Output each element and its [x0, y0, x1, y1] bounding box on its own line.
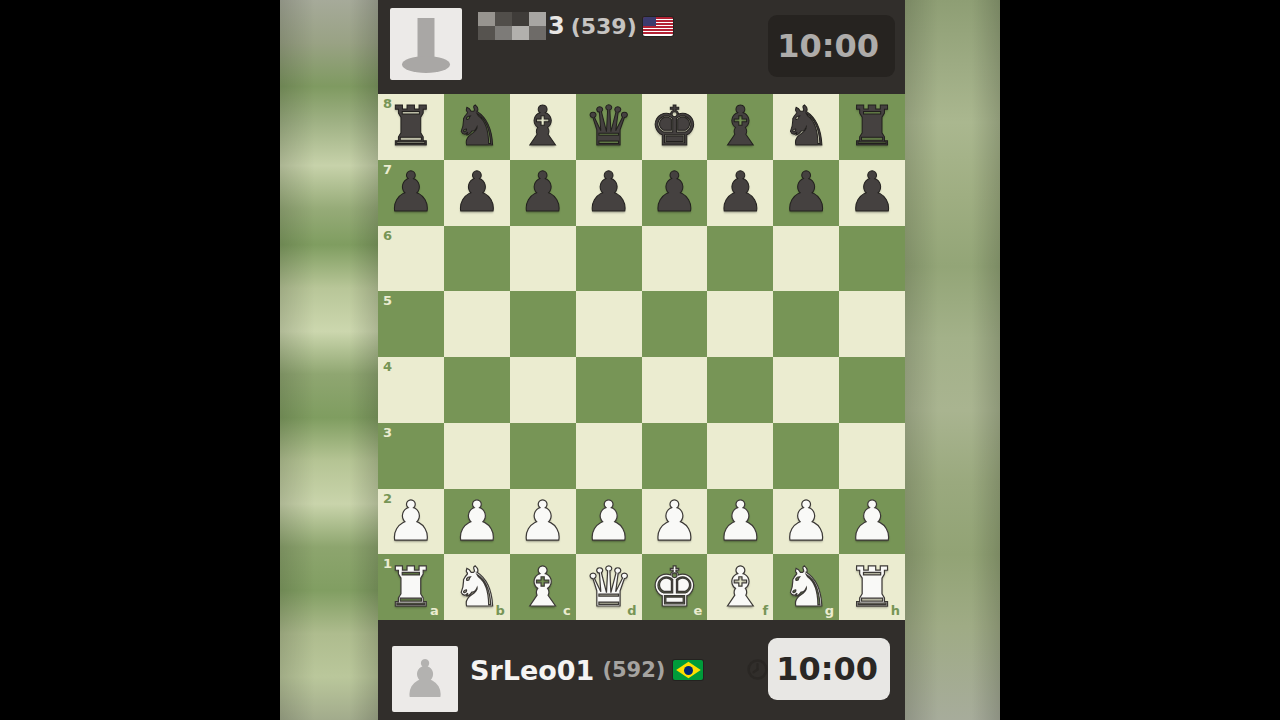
square-d4[interactable]	[576, 357, 642, 423]
censor-block	[529, 26, 546, 40]
blurred-background-left	[280, 0, 379, 720]
square-e2[interactable]: ♟	[642, 489, 708, 555]
brazil-flag-icon	[673, 660, 703, 680]
square-d7[interactable]: ♟	[576, 160, 642, 226]
opponent-avatar[interactable]	[390, 8, 462, 80]
square-g8[interactable]: ♞	[773, 94, 839, 160]
piece-black-pawn[interactable]: ♟	[452, 165, 501, 220]
us-flag-icon	[643, 17, 673, 36]
square-c7[interactable]: ♟	[510, 160, 576, 226]
chess-board: 8♜♞♝♛♚♝♞♜7♟♟♟♟♟♟♟♟65432♟♟♟♟♟♟♟♟1a♜b♞c♝d♛…	[378, 94, 905, 620]
square-b4[interactable]	[444, 357, 510, 423]
piece-black-bishop[interactable]: ♝	[716, 99, 765, 154]
censor-block	[478, 12, 495, 26]
blurred-background-right	[905, 0, 1000, 720]
censor-block	[512, 12, 529, 26]
square-g7[interactable]: ♟	[773, 160, 839, 226]
square-c1[interactable]: c♝	[510, 554, 576, 620]
rank-label-4: 4	[383, 360, 392, 373]
piece-white-bishop[interactable]: ♝	[716, 560, 765, 615]
square-g5[interactable]	[773, 291, 839, 357]
square-b8[interactable]: ♞	[444, 94, 510, 160]
square-h8[interactable]: ♜	[839, 94, 905, 160]
piece-white-queen[interactable]: ♛	[584, 560, 633, 615]
rank-label-5: 5	[383, 294, 392, 307]
square-e7[interactable]: ♟	[642, 160, 708, 226]
censor-block	[495, 26, 512, 40]
square-h5[interactable]	[839, 291, 905, 357]
square-a7[interactable]: 7♟	[378, 160, 444, 226]
square-e3[interactable]	[642, 423, 708, 489]
square-f8[interactable]: ♝	[707, 94, 773, 160]
square-h6[interactable]	[839, 226, 905, 292]
opponent-rating: (539)	[571, 14, 637, 39]
piece-black-pawn[interactable]: ♟	[584, 165, 633, 220]
piece-black-queen[interactable]: ♛	[584, 99, 633, 154]
player-info[interactable]: SrLeo01 (592)	[470, 620, 703, 720]
opponent-clock: 10:00	[768, 15, 895, 77]
square-c5[interactable]	[510, 291, 576, 357]
player-clock: 10:00	[768, 638, 890, 700]
file-label-g: g	[825, 604, 834, 617]
piece-white-pawn[interactable]: ♟	[782, 494, 831, 549]
square-a6[interactable]: 6	[378, 226, 444, 292]
file-label-h: h	[891, 604, 900, 617]
censor-block	[529, 12, 546, 26]
square-b5[interactable]	[444, 291, 510, 357]
rank-label-6: 6	[383, 229, 392, 242]
square-e8[interactable]: ♚	[642, 94, 708, 160]
rank-label-2: 2	[383, 492, 392, 505]
square-c4[interactable]	[510, 357, 576, 423]
rank-label-7: 7	[383, 163, 392, 176]
square-b2[interactable]: ♟	[444, 489, 510, 555]
flag-globe	[684, 666, 693, 675]
piece-white-rook[interactable]: ♜	[386, 560, 435, 615]
square-b1[interactable]: b♞	[444, 554, 510, 620]
square-c6[interactable]	[510, 226, 576, 292]
square-d6[interactable]	[576, 226, 642, 292]
avatar-piece-icon	[402, 56, 450, 73]
piece-white-pawn[interactable]: ♟	[452, 494, 501, 549]
square-c3[interactable]	[510, 423, 576, 489]
player-avatar[interactable]: ♟	[392, 646, 458, 712]
square-a2[interactable]: 2♟	[378, 489, 444, 555]
censor-block	[512, 26, 529, 40]
piece-white-pawn[interactable]: ♟	[518, 494, 567, 549]
flag-canton	[643, 17, 656, 26]
censor-block	[478, 26, 495, 40]
square-e5[interactable]	[642, 291, 708, 357]
file-label-b: b	[495, 604, 504, 617]
piece-white-pawn[interactable]: ♟	[584, 494, 633, 549]
opponent-username-fragment: 3	[548, 12, 565, 40]
square-d8[interactable]: ♛	[576, 94, 642, 160]
piece-white-rook[interactable]: ♜	[847, 560, 896, 615]
piece-black-pawn[interactable]: ♟	[716, 165, 765, 220]
clock-icon	[745, 657, 770, 682]
piece-white-bishop[interactable]: ♝	[518, 560, 567, 615]
square-b7[interactable]: ♟	[444, 160, 510, 226]
piece-black-knight[interactable]: ♞	[782, 99, 831, 154]
piece-white-king[interactable]: ♚	[650, 560, 699, 615]
square-e6[interactable]	[642, 226, 708, 292]
rank-label-8: 8	[383, 97, 392, 110]
piece-black-rook[interactable]: ♜	[847, 99, 896, 154]
square-f1[interactable]: f♝	[707, 554, 773, 620]
square-b6[interactable]	[444, 226, 510, 292]
square-h3[interactable]	[839, 423, 905, 489]
square-b3[interactable]	[444, 423, 510, 489]
square-g4[interactable]	[773, 357, 839, 423]
square-f5[interactable]	[707, 291, 773, 357]
square-f2[interactable]: ♟	[707, 489, 773, 555]
pawn-avatar-icon: ♟	[392, 646, 458, 712]
square-c2[interactable]: ♟	[510, 489, 576, 555]
opponent-info[interactable]: 3 (539)	[478, 12, 673, 40]
square-g3[interactable]	[773, 423, 839, 489]
video-frame: { "game": "chess", "position": { "fen": …	[0, 0, 1280, 720]
piece-black-rook[interactable]: ♜	[386, 99, 435, 154]
square-f3[interactable]	[707, 423, 773, 489]
opponent-bar: 3 (539) 10:00	[378, 0, 905, 94]
square-f7[interactable]: ♟	[707, 160, 773, 226]
censored-username-mosaic	[478, 12, 546, 40]
player-username: SrLeo01	[470, 655, 594, 686]
square-c8[interactable]: ♝	[510, 94, 576, 160]
file-label-e: e	[694, 604, 703, 617]
piece-black-pawn[interactable]: ♟	[782, 165, 831, 220]
chess-app: 3 (539) 10:00 8♜♞♝♛♚♝♞♜7♟♟♟♟♟♟♟♟65432♟♟♟…	[378, 0, 905, 720]
opponent-clock-time: 10:00	[777, 27, 879, 65]
piece-white-pawn[interactable]: ♟	[650, 494, 699, 549]
piece-white-knight[interactable]: ♞	[452, 560, 501, 615]
player-clock-time: 10:00	[776, 650, 878, 688]
square-a3[interactable]: 3	[378, 423, 444, 489]
file-label-f: f	[763, 604, 769, 617]
piece-black-bishop[interactable]: ♝	[518, 99, 567, 154]
square-d5[interactable]	[576, 291, 642, 357]
square-d2[interactable]: ♟	[576, 489, 642, 555]
file-label-c: c	[563, 604, 571, 617]
piece-white-pawn[interactable]: ♟	[847, 494, 896, 549]
square-f4[interactable]	[707, 357, 773, 423]
square-d3[interactable]	[576, 423, 642, 489]
square-f6[interactable]	[707, 226, 773, 292]
square-g2[interactable]: ♟	[773, 489, 839, 555]
piece-white-pawn[interactable]: ♟	[386, 494, 435, 549]
piece-black-pawn[interactable]: ♟	[650, 165, 699, 220]
square-d1[interactable]: d♛	[576, 554, 642, 620]
player-bar: ♟ SrLeo01 (592) 10:00	[378, 620, 905, 720]
piece-white-knight[interactable]: ♞	[782, 560, 831, 615]
square-a5[interactable]: 5	[378, 291, 444, 357]
square-a8[interactable]: 8♜	[378, 94, 444, 160]
player-rating: (592)	[602, 658, 665, 682]
square-a4[interactable]: 4	[378, 357, 444, 423]
square-h7[interactable]: ♟	[839, 160, 905, 226]
square-g6[interactable]	[773, 226, 839, 292]
square-e4[interactable]	[642, 357, 708, 423]
square-g1[interactable]: g♞	[773, 554, 839, 620]
square-e1[interactable]: e♚	[642, 554, 708, 620]
square-h1[interactable]: h♜	[839, 554, 905, 620]
rank-label-3: 3	[383, 426, 392, 439]
file-label-d: d	[627, 604, 636, 617]
square-h4[interactable]	[839, 357, 905, 423]
square-a1[interactable]: 1a♜	[378, 554, 444, 620]
piece-black-pawn[interactable]: ♟	[847, 165, 896, 220]
piece-black-knight[interactable]: ♞	[452, 99, 501, 154]
file-label-a: a	[430, 604, 439, 617]
piece-black-pawn[interactable]: ♟	[386, 165, 435, 220]
piece-black-pawn[interactable]: ♟	[518, 165, 567, 220]
piece-white-pawn[interactable]: ♟	[716, 494, 765, 549]
censor-block	[495, 12, 512, 26]
rank-label-1: 1	[383, 557, 392, 570]
piece-black-king[interactable]: ♚	[650, 99, 699, 154]
square-h2[interactable]: ♟	[839, 489, 905, 555]
edge-shade	[280, 0, 379, 720]
edge-shade	[905, 0, 1000, 720]
